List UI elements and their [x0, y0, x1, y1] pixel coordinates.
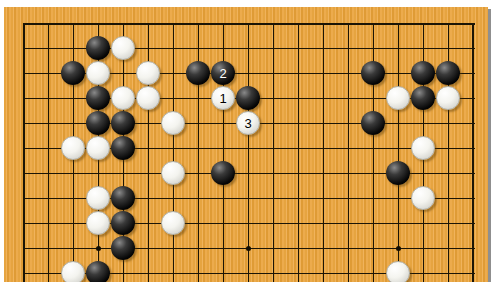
black-stone: [111, 136, 135, 160]
grid-line-vertical: [273, 23, 274, 282]
grid-line-vertical: [298, 23, 299, 282]
white-stone: [436, 86, 460, 110]
black-stone: [86, 36, 110, 60]
white-stone: [61, 261, 85, 282]
black-stone: [86, 261, 110, 282]
black-stone: [111, 236, 135, 260]
black-stone: 2: [211, 61, 235, 85]
white-stone: [386, 261, 410, 282]
grid-line-vertical: [398, 23, 399, 282]
white-stone: [86, 61, 110, 85]
white-stone: [161, 111, 185, 135]
black-stone: [211, 161, 235, 185]
move-number-label: 3: [244, 117, 251, 130]
star-point: [96, 246, 101, 251]
grid-line-vertical: [23, 23, 25, 282]
black-stone: [361, 111, 385, 135]
grid-line-vertical: [248, 23, 249, 282]
black-stone: [111, 211, 135, 235]
white-stone: [161, 161, 185, 185]
black-stone: [186, 61, 210, 85]
grid-line-vertical: [173, 23, 174, 282]
white-stone: [136, 61, 160, 85]
white-stone: [86, 186, 110, 210]
white-stone: [61, 136, 85, 160]
star-point: [396, 246, 401, 251]
white-stone: 1: [211, 86, 235, 110]
white-stone: [411, 186, 435, 210]
black-stone: [361, 61, 385, 85]
white-stone: [136, 86, 160, 110]
black-stone: [411, 86, 435, 110]
go-diagram: 213: [0, 0, 500, 282]
white-stone: [386, 86, 410, 110]
grid-line-vertical: [48, 23, 49, 282]
black-stone: [111, 111, 135, 135]
black-stone: [236, 86, 260, 110]
grid-line-vertical: [348, 23, 349, 282]
black-stone: [86, 111, 110, 135]
move-number-label: 2: [219, 67, 226, 80]
white-stone: [111, 86, 135, 110]
go-board[interactable]: 213: [4, 7, 488, 282]
grid-line-vertical: [323, 23, 324, 282]
grid-line-horizontal: [23, 23, 475, 25]
white-stone: [86, 211, 110, 235]
black-stone: [86, 86, 110, 110]
move-number-label: 1: [219, 92, 226, 105]
white-stone: [86, 136, 110, 160]
white-stone: [161, 211, 185, 235]
black-stone: [386, 161, 410, 185]
black-stone: [436, 61, 460, 85]
star-point: [246, 246, 251, 251]
black-stone: [411, 61, 435, 85]
grid-line-vertical: [472, 23, 474, 282]
white-stone: [411, 136, 435, 160]
black-stone: [111, 186, 135, 210]
board-drop-shadow: [488, 9, 491, 282]
white-stone: 3: [236, 111, 260, 135]
black-stone: [61, 61, 85, 85]
white-stone: [111, 36, 135, 60]
